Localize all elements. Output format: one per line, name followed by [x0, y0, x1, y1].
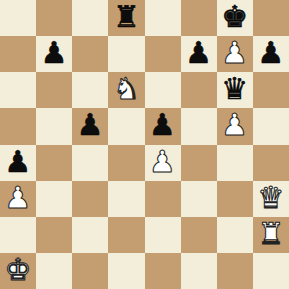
square-g1[interactable] [217, 253, 253, 289]
white-pawn-piece[interactable]: ♟ [221, 38, 248, 68]
black-rook-piece[interactable]: ♜ [113, 2, 140, 32]
square-g8[interactable]: ♚ [217, 0, 253, 36]
black-pawn-piece[interactable]: ♟ [5, 147, 32, 177]
square-f8[interactable] [181, 0, 217, 36]
square-f3[interactable] [181, 181, 217, 217]
square-b5[interactable] [36, 108, 72, 144]
square-b1[interactable] [36, 253, 72, 289]
square-b3[interactable] [36, 181, 72, 217]
square-h1[interactable] [253, 253, 289, 289]
square-c4[interactable] [72, 145, 108, 181]
black-queen-piece[interactable]: ♛ [221, 74, 248, 104]
square-a8[interactable] [0, 0, 36, 36]
black-king-piece[interactable]: ♚ [221, 2, 248, 32]
square-h8[interactable] [253, 0, 289, 36]
square-f4[interactable] [181, 145, 217, 181]
square-e4[interactable]: ♟ [145, 145, 181, 181]
square-e5[interactable]: ♟ [145, 108, 181, 144]
square-f2[interactable] [181, 217, 217, 253]
square-b4[interactable] [36, 145, 72, 181]
square-d7[interactable] [108, 36, 144, 72]
square-f1[interactable] [181, 253, 217, 289]
square-c8[interactable] [72, 0, 108, 36]
square-a3[interactable]: ♟ [0, 181, 36, 217]
square-b7[interactable]: ♟ [36, 36, 72, 72]
square-a7[interactable] [0, 36, 36, 72]
white-king-piece[interactable]: ♚ [5, 255, 32, 285]
square-a5[interactable] [0, 108, 36, 144]
square-e7[interactable] [145, 36, 181, 72]
black-pawn-piece[interactable]: ♟ [257, 38, 284, 68]
square-d4[interactable] [108, 145, 144, 181]
square-f7[interactable]: ♟ [181, 36, 217, 72]
square-a6[interactable] [0, 72, 36, 108]
square-b6[interactable] [36, 72, 72, 108]
chess-board: ♜♚♟♟♟♟♞♛♟♟♟♟♟♟♛♜♚ [0, 0, 289, 289]
square-c7[interactable] [72, 36, 108, 72]
white-pawn-piece[interactable]: ♟ [149, 147, 176, 177]
square-d6[interactable]: ♞ [108, 72, 144, 108]
square-g4[interactable] [217, 145, 253, 181]
square-h7[interactable]: ♟ [253, 36, 289, 72]
square-h6[interactable] [253, 72, 289, 108]
square-f6[interactable] [181, 72, 217, 108]
square-h4[interactable] [253, 145, 289, 181]
square-b2[interactable] [36, 217, 72, 253]
black-pawn-piece[interactable]: ♟ [149, 110, 176, 140]
square-c6[interactable] [72, 72, 108, 108]
square-c2[interactable] [72, 217, 108, 253]
square-c3[interactable] [72, 181, 108, 217]
black-pawn-piece[interactable]: ♟ [185, 38, 212, 68]
square-f5[interactable] [181, 108, 217, 144]
square-b8[interactable] [36, 0, 72, 36]
square-g5[interactable]: ♟ [217, 108, 253, 144]
white-pawn-piece[interactable]: ♟ [221, 110, 248, 140]
square-h3[interactable]: ♛ [253, 181, 289, 217]
square-h5[interactable] [253, 108, 289, 144]
white-pawn-piece[interactable]: ♟ [5, 183, 32, 213]
square-e3[interactable] [145, 181, 181, 217]
square-g3[interactable] [217, 181, 253, 217]
white-knight-piece[interactable]: ♞ [113, 74, 140, 104]
square-c5[interactable]: ♟ [72, 108, 108, 144]
square-e8[interactable] [145, 0, 181, 36]
black-pawn-piece[interactable]: ♟ [77, 110, 104, 140]
square-g2[interactable] [217, 217, 253, 253]
square-c1[interactable] [72, 253, 108, 289]
square-d8[interactable]: ♜ [108, 0, 144, 36]
white-queen-piece[interactable]: ♛ [257, 183, 284, 213]
white-rook-piece[interactable]: ♜ [257, 219, 284, 249]
square-e1[interactable] [145, 253, 181, 289]
square-h2[interactable]: ♜ [253, 217, 289, 253]
square-e2[interactable] [145, 217, 181, 253]
square-d2[interactable] [108, 217, 144, 253]
square-a4[interactable]: ♟ [0, 145, 36, 181]
square-a1[interactable]: ♚ [0, 253, 36, 289]
square-g7[interactable]: ♟ [217, 36, 253, 72]
square-e6[interactable] [145, 72, 181, 108]
square-d1[interactable] [108, 253, 144, 289]
square-g6[interactable]: ♛ [217, 72, 253, 108]
black-pawn-piece[interactable]: ♟ [41, 38, 68, 68]
square-a2[interactable] [0, 217, 36, 253]
square-d3[interactable] [108, 181, 144, 217]
square-d5[interactable] [108, 108, 144, 144]
